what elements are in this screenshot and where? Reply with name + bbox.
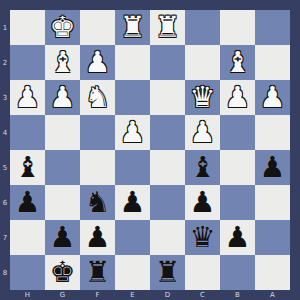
white-pawn: ♟ (10, 80, 45, 115)
square-d2[interactable] (150, 45, 185, 80)
square-d6[interactable] (150, 185, 185, 220)
file-label-e: E (115, 290, 150, 300)
square-a4[interactable] (255, 115, 290, 150)
black-pawn: ♟ (220, 220, 255, 255)
white-pawn: ♟ (115, 115, 150, 150)
square-c3[interactable]: ♛ (185, 80, 220, 115)
black-pawn: ♟ (80, 220, 115, 255)
black-rook: ♜ (80, 255, 115, 290)
rank-label-6: 6 (0, 185, 10, 220)
black-rook: ♜ (150, 255, 185, 290)
square-f5[interactable] (80, 150, 115, 185)
square-d1[interactable]: ♜ (150, 10, 185, 45)
square-b7[interactable]: ♟ (220, 220, 255, 255)
square-g8[interactable]: ♚ (45, 255, 80, 290)
square-d5[interactable] (150, 150, 185, 185)
square-h7[interactable] (10, 220, 45, 255)
square-h6[interactable]: ♟ (10, 185, 45, 220)
white-bishop: ♝ (45, 45, 80, 80)
white-pawn: ♟ (185, 115, 220, 150)
square-d3[interactable] (150, 80, 185, 115)
black-king: ♚ (45, 255, 80, 290)
square-g5[interactable] (45, 150, 80, 185)
square-c2[interactable] (185, 45, 220, 80)
square-g3[interactable]: ♟ (45, 80, 80, 115)
file-label-c: C (185, 290, 220, 300)
square-b4[interactable] (220, 115, 255, 150)
white-pawn: ♟ (80, 45, 115, 80)
black-pawn: ♟ (10, 185, 45, 220)
square-a6[interactable] (255, 185, 290, 220)
square-a8[interactable] (255, 255, 290, 290)
square-c5[interactable]: ♝ (185, 150, 220, 185)
rank-label-4: 4 (0, 115, 10, 150)
square-h5[interactable]: ♝ (10, 150, 45, 185)
rank-label-2: 2 (0, 45, 10, 80)
file-label-d: D (150, 290, 185, 300)
square-f3[interactable]: ♞ (80, 80, 115, 115)
square-h4[interactable] (10, 115, 45, 150)
white-knight: ♞ (80, 80, 115, 115)
rank-labels: 12345678 (0, 10, 10, 290)
square-h1[interactable] (10, 10, 45, 45)
black-queen: ♛ (185, 220, 220, 255)
square-d7[interactable] (150, 220, 185, 255)
black-bishop: ♝ (185, 150, 220, 185)
square-a1[interactable] (255, 10, 290, 45)
black-pawn: ♟ (185, 185, 220, 220)
square-g4[interactable] (45, 115, 80, 150)
white-pawn: ♟ (45, 80, 80, 115)
square-e6[interactable]: ♟ (115, 185, 150, 220)
rank-label-3: 3 (0, 80, 10, 115)
square-h2[interactable] (10, 45, 45, 80)
white-pawn: ♟ (220, 80, 255, 115)
rank-label-8: 8 (0, 255, 10, 290)
square-e2[interactable] (115, 45, 150, 80)
square-b1[interactable] (220, 10, 255, 45)
square-c4[interactable]: ♟ (185, 115, 220, 150)
square-g1[interactable]: ♚ (45, 10, 80, 45)
square-e5[interactable] (115, 150, 150, 185)
square-e7[interactable] (115, 220, 150, 255)
square-c7[interactable]: ♛ (185, 220, 220, 255)
file-labels: HGFEDCBA (10, 290, 290, 300)
square-b6[interactable] (220, 185, 255, 220)
square-h8[interactable] (10, 255, 45, 290)
rank-label-5: 5 (0, 150, 10, 185)
square-f7[interactable]: ♟ (80, 220, 115, 255)
rank-label-7: 7 (0, 220, 10, 255)
white-queen: ♛ (185, 80, 220, 115)
black-bishop: ♝ (10, 150, 45, 185)
file-label-b: B (220, 290, 255, 300)
square-b3[interactable]: ♟ (220, 80, 255, 115)
square-a7[interactable] (255, 220, 290, 255)
square-f2[interactable]: ♟ (80, 45, 115, 80)
square-b8[interactable] (220, 255, 255, 290)
square-e4[interactable]: ♟ (115, 115, 150, 150)
square-f4[interactable] (80, 115, 115, 150)
square-a3[interactable]: ♟ (255, 80, 290, 115)
file-label-g: G (45, 290, 80, 300)
square-e8[interactable] (115, 255, 150, 290)
square-e1[interactable]: ♜ (115, 10, 150, 45)
square-b5[interactable] (220, 150, 255, 185)
square-c1[interactable] (185, 10, 220, 45)
square-f6[interactable]: ♞ (80, 185, 115, 220)
chess-diagram: 12345678 ♚♜♜♝♟♝♟♟♞♛♟♟♟♟♝♝♟♟♞♟♟♟♟♛♟♚♜♜ HG… (0, 0, 300, 300)
square-c8[interactable] (185, 255, 220, 290)
white-rook: ♜ (115, 10, 150, 45)
square-b2[interactable]: ♝ (220, 45, 255, 80)
square-d8[interactable]: ♜ (150, 255, 185, 290)
file-label-f: F (80, 290, 115, 300)
black-pawn: ♟ (255, 150, 290, 185)
square-f1[interactable] (80, 10, 115, 45)
file-label-h: H (10, 290, 45, 300)
square-h3[interactable]: ♟ (10, 80, 45, 115)
white-pawn: ♟ (255, 80, 290, 115)
rank-label-1: 1 (0, 10, 10, 45)
black-pawn: ♟ (115, 185, 150, 220)
square-g6[interactable] (45, 185, 80, 220)
square-d4[interactable] (150, 115, 185, 150)
square-c6[interactable]: ♟ (185, 185, 220, 220)
white-bishop: ♝ (220, 45, 255, 80)
square-a5[interactable]: ♟ (255, 150, 290, 185)
file-label-a: A (255, 290, 290, 300)
black-knight: ♞ (80, 185, 115, 220)
black-pawn: ♟ (45, 220, 80, 255)
square-a2[interactable] (255, 45, 290, 80)
square-f8[interactable]: ♜ (80, 255, 115, 290)
white-rook: ♜ (150, 10, 185, 45)
square-g2[interactable]: ♝ (45, 45, 80, 80)
square-e3[interactable] (115, 80, 150, 115)
chess-board: ♚♜♜♝♟♝♟♟♞♛♟♟♟♟♝♝♟♟♞♟♟♟♟♛♟♚♜♜ (10, 10, 290, 290)
white-king: ♚ (45, 10, 80, 45)
square-g7[interactable]: ♟ (45, 220, 80, 255)
